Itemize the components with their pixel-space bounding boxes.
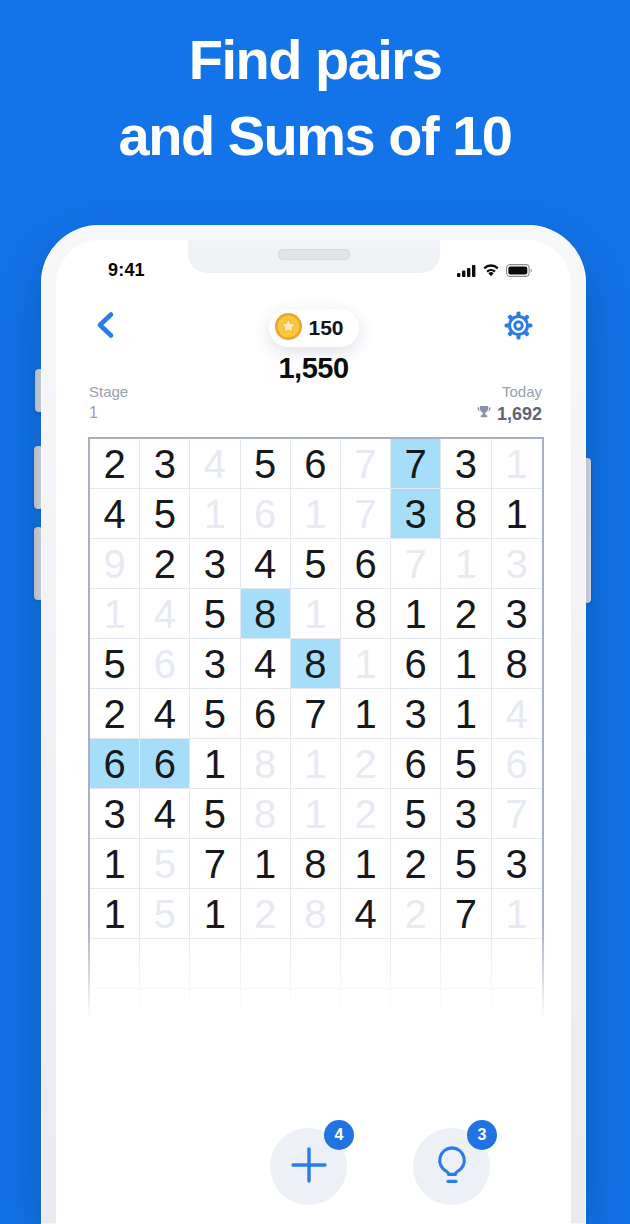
cell-r4c4[interactable]: 8	[241, 589, 291, 639]
cell-r9c2: 5	[140, 839, 190, 889]
cell-r9c7[interactable]: 2	[391, 839, 441, 889]
app-store-screenshot: Find pairs and Sums of 10 9:41	[0, 0, 630, 1224]
promo-title-line2: and Sums of 10	[0, 98, 630, 174]
cell-r7c8[interactable]: 5	[441, 739, 491, 789]
cell-r1c2[interactable]: 3	[140, 439, 190, 489]
cell-r2c1[interactable]: 4	[90, 489, 140, 539]
cell-r5c4[interactable]: 4	[241, 639, 291, 689]
chevron-left-icon	[94, 311, 116, 343]
cell-r8c5: 1	[291, 789, 341, 839]
cell-r1c8[interactable]: 3	[441, 439, 491, 489]
stage-stat: Stage 1	[89, 383, 128, 425]
hint-badge: 3	[467, 1120, 497, 1150]
cell-r2c9[interactable]: 1	[492, 489, 542, 539]
add-numbers-badge: 4	[324, 1120, 354, 1150]
cell-r6c6[interactable]: 1	[341, 689, 391, 739]
current-score: 1,550	[56, 352, 571, 385]
cell-r6c4[interactable]: 6	[241, 689, 291, 739]
cell-r3c6[interactable]: 6	[341, 539, 391, 589]
today-value: 1,692	[497, 404, 542, 425]
today-stat: Today 1,692	[476, 383, 542, 425]
cell-r5c5[interactable]: 8	[291, 639, 341, 689]
cell-r4c6[interactable]: 8	[341, 589, 391, 639]
settings-button[interactable]	[501, 310, 535, 344]
cell-r9c3[interactable]: 7	[190, 839, 240, 889]
cell-r2c2[interactable]: 5	[140, 489, 190, 539]
cell-r4c8[interactable]: 2	[441, 589, 491, 639]
promo-title-line1: Find pairs	[0, 22, 630, 98]
wifi-icon	[482, 263, 500, 281]
cell-r7c7[interactable]: 6	[391, 739, 441, 789]
cellular-signal-icon	[457, 263, 476, 281]
cell-r5c9[interactable]: 8	[492, 639, 542, 689]
cell-r2c4: 6	[241, 489, 291, 539]
cell-r2c5: 1	[291, 489, 341, 539]
cell-r8c9: 7	[492, 789, 542, 839]
cell-r4c2: 4	[140, 589, 190, 639]
trophy-icon	[476, 404, 492, 425]
cell-r8c6: 2	[341, 789, 391, 839]
speaker-grille	[278, 249, 350, 260]
cell-r1c1[interactable]: 2	[90, 439, 140, 489]
cell-r7c1[interactable]: 6	[90, 739, 140, 789]
cell-r3c1: 9	[90, 539, 140, 589]
cell-r7c3[interactable]: 1	[190, 739, 240, 789]
cell-r8c7[interactable]: 5	[391, 789, 441, 839]
cell-r5c1[interactable]: 5	[90, 639, 140, 689]
phone-mockup: 9:41	[41, 225, 586, 1224]
cell-r4c5: 1	[291, 589, 341, 639]
phone-screen: 9:41	[56, 240, 571, 1224]
cell-r7c2[interactable]: 6	[140, 739, 190, 789]
cell-r2c3: 1	[190, 489, 240, 539]
cell-r7c5: 1	[291, 739, 341, 789]
cell-r6c3[interactable]: 5	[190, 689, 240, 739]
cell-r3c8: 1	[441, 539, 491, 589]
cell-r1c6: 7	[341, 439, 391, 489]
cell-r6c8[interactable]: 1	[441, 689, 491, 739]
cell-r9c6[interactable]: 1	[341, 839, 391, 889]
cell-r3c3[interactable]: 3	[190, 539, 240, 589]
cell-r6c7[interactable]: 3	[391, 689, 441, 739]
cell-r9c4[interactable]: 1	[241, 839, 291, 889]
cell-r3c9: 3	[492, 539, 542, 589]
cell-r6c9: 4	[492, 689, 542, 739]
cell-r4c3[interactable]: 5	[190, 589, 240, 639]
cell-r1c5[interactable]: 6	[291, 439, 341, 489]
cell-r3c4[interactable]: 4	[241, 539, 291, 589]
cell-r2c6: 7	[341, 489, 391, 539]
cell-r3c7: 7	[391, 539, 441, 589]
coin-counter[interactable]: 150	[268, 309, 358, 347]
sub-stats: Stage 1 Today 1,692	[89, 383, 542, 425]
cell-r4c1: 1	[90, 589, 140, 639]
lightbulb-icon	[433, 1144, 471, 1190]
cell-r8c3[interactable]: 5	[190, 789, 240, 839]
back-button[interactable]	[90, 310, 120, 344]
cell-r9c9[interactable]: 3	[492, 839, 542, 889]
cell-r8c8[interactable]: 3	[441, 789, 491, 839]
plus-icon	[287, 1143, 331, 1191]
cell-r3c2[interactable]: 2	[140, 539, 190, 589]
cell-r7c9: 6	[492, 739, 542, 789]
cell-r5c8[interactable]: 1	[441, 639, 491, 689]
status-time: 9:41	[108, 260, 145, 281]
stage-label: Stage	[89, 383, 128, 400]
cell-r1c9: 1	[492, 439, 542, 489]
stage-value: 1	[89, 404, 128, 422]
cell-r5c3[interactable]: 3	[190, 639, 240, 689]
cell-r2c8[interactable]: 8	[441, 489, 491, 539]
today-label: Today	[502, 383, 542, 400]
status-icons	[457, 263, 533, 281]
cell-r7c4: 8	[241, 739, 291, 789]
cell-r9c1[interactable]: 1	[90, 839, 140, 889]
cell-r9c8[interactable]: 5	[441, 839, 491, 889]
cell-r3c5[interactable]: 5	[291, 539, 341, 589]
board: 2345677314516173819234567131458181235634…	[88, 437, 544, 1039]
gear-icon	[503, 310, 534, 345]
cell-r4c7[interactable]: 1	[391, 589, 441, 639]
coin-amount: 150	[308, 316, 343, 340]
battery-icon	[506, 263, 533, 281]
cell-r4c9[interactable]: 3	[492, 589, 542, 639]
cell-r8c4: 8	[241, 789, 291, 839]
cell-r8c1[interactable]: 3	[90, 789, 140, 839]
cell-r8c2[interactable]: 4	[140, 789, 190, 839]
cell-r6c2[interactable]: 4	[140, 689, 190, 739]
coin-icon	[273, 312, 302, 345]
cell-r7c6: 2	[341, 739, 391, 789]
cell-r1c4[interactable]: 5	[241, 439, 291, 489]
cell-r5c2: 6	[140, 639, 190, 689]
cell-r5c7[interactable]: 6	[391, 639, 441, 689]
cell-r5c6: 1	[341, 639, 391, 689]
cell-r6c1[interactable]: 2	[90, 689, 140, 739]
phone-notch	[188, 240, 440, 273]
cell-r6c5[interactable]: 7	[291, 689, 341, 739]
cell-r2c7[interactable]: 3	[391, 489, 441, 539]
cell-r9c5[interactable]: 8	[291, 839, 341, 889]
cell-r1c3: 4	[190, 439, 240, 489]
board-bottom-fade	[88, 927, 544, 1039]
cell-r1c7[interactable]: 7	[391, 439, 441, 489]
promo-title: Find pairs and Sums of 10	[0, 22, 630, 174]
